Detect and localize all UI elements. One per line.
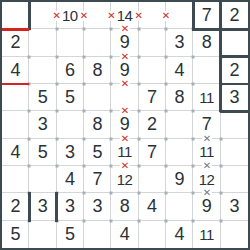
grid-intersection-dot [137, 219, 140, 222]
grid-intersection-dot [165, 28, 168, 31]
cell-r5c7[interactable] [166, 111, 193, 138]
cell-r6c4[interactable]: 5 [84, 139, 111, 166]
red-x-mark[interactable]: ✕ [51, 11, 61, 21]
grid-intersection-dot [83, 165, 86, 168]
grid-intersection-dot [83, 83, 86, 86]
grid-intersection-dot [137, 83, 140, 86]
thick-edge-line[interactable] [219, 28, 222, 57]
cell-r4c9[interactable]: 3 [221, 84, 248, 111]
cell-r6c1[interactable]: 4 [2, 139, 29, 166]
thick-edge-line[interactable] [220, 110, 249, 113]
thick-edge-line[interactable] [219, 56, 222, 85]
cell-r7c3[interactable]: 4 [57, 166, 84, 193]
cell-r7c1[interactable] [2, 166, 29, 193]
thick-edge-line[interactable] [219, 83, 222, 112]
grid-intersection-dot [192, 219, 195, 222]
grid-intersection-dot [83, 110, 86, 113]
red-x-mark[interactable]: ✕ [161, 11, 171, 21]
cell-r5c9[interactable] [221, 111, 248, 138]
puzzle-board: 1014722938468942557811338927453511711471… [0, 0, 250, 250]
thick-edge-line[interactable] [192, 28, 221, 31]
thick-edge-line[interactable] [220, 28, 249, 31]
cell-r8c6[interactable]: 4 [139, 193, 166, 220]
grid-intersection-dot [83, 192, 86, 195]
grid-intersection-dot [165, 83, 168, 86]
cell-r4c8[interactable]: 11 [193, 84, 220, 111]
cell-r1c8[interactable]: 7 [193, 2, 220, 29]
cell-r3c6[interactable] [139, 57, 166, 84]
cell-r8c4[interactable]: 3 [84, 193, 111, 220]
cell-r3c9[interactable]: 2 [221, 57, 248, 84]
grid-intersection-dot [192, 137, 195, 140]
cell-r2c3[interactable] [57, 29, 84, 56]
cell-r4c7[interactable]: 8 [166, 84, 193, 111]
cell-r7c2[interactable] [29, 166, 56, 193]
cell-r6c7[interactable] [166, 139, 193, 166]
cell-r3c2[interactable] [29, 57, 56, 84]
red-x-mark[interactable]: ✕ [120, 79, 130, 89]
cell-r1c9[interactable]: 2 [221, 2, 248, 29]
grid-intersection-dot [110, 28, 113, 31]
cell-r2c7[interactable]: 3 [166, 29, 193, 56]
grid-intersection-dot [55, 110, 58, 113]
grid-intersection-dot [110, 192, 113, 195]
cell-r1c1[interactable] [2, 2, 29, 29]
grid-intersection-dot [28, 137, 31, 140]
puzzle-screenshot: 1014722938468942557811338927453511711471… [0, 0, 250, 250]
grid-intersection-dot [110, 55, 113, 58]
grid-intersection-dot [110, 110, 113, 113]
cell-r7c4[interactable]: 7 [84, 166, 111, 193]
cell-r9c1[interactable]: 5 [2, 221, 29, 248]
grid-intersection-dot [137, 165, 140, 168]
cell-r2c4[interactable] [84, 29, 111, 56]
cell-r4c1[interactable] [2, 84, 29, 111]
red-x-mark[interactable]: ✕ [79, 11, 89, 21]
red-x-mark[interactable]: ✕ [120, 24, 130, 34]
cell-r5c1[interactable] [2, 111, 29, 138]
grid-intersection-dot [55, 165, 58, 168]
cell-r8c5[interactable]: 8 [111, 193, 138, 220]
cell-r2c1[interactable]: 2 [2, 29, 29, 56]
cell-r9c6[interactable] [139, 221, 166, 248]
grid-intersection-dot [165, 219, 168, 222]
cell-r3c7[interactable]: 4 [166, 57, 193, 84]
grid-intersection-dot [83, 28, 86, 31]
grid-intersection-dot [28, 165, 31, 168]
cell-r7c6[interactable] [139, 166, 166, 193]
cell-r2c8[interactable]: 8 [193, 29, 220, 56]
grid-intersection-dot [219, 165, 222, 168]
grid-intersection-dot [83, 137, 86, 140]
grid-intersection-dot [192, 192, 195, 195]
thick-edge-line[interactable] [55, 192, 58, 221]
cell-r4c4[interactable] [84, 84, 111, 111]
red-x-mark[interactable]: ✕ [120, 134, 130, 144]
gray-x-mark[interactable]: ✕ [202, 161, 212, 171]
thick-edge-line[interactable] [28, 1, 31, 30]
grid-intersection-dot [165, 55, 168, 58]
grid-intersection-dot [219, 219, 222, 222]
red-edge-line[interactable] [2, 83, 29, 86]
grid-intersection-dot [192, 110, 195, 113]
gray-x-mark[interactable]: ✕ [202, 134, 212, 144]
cell-r6c3[interactable]: 3 [57, 139, 84, 166]
cell-r8c7[interactable] [166, 193, 193, 220]
cell-r8c1[interactable]: 2 [2, 193, 29, 220]
cell-r7c9[interactable] [221, 166, 248, 193]
cell-r9c2[interactable] [29, 221, 56, 248]
cell-r9c3[interactable]: 5 [57, 221, 84, 248]
grid-intersection-dot [137, 192, 140, 195]
grid-intersection-dot [137, 110, 140, 113]
grid-intersection-dot [165, 192, 168, 195]
red-x-mark[interactable]: ✕ [106, 11, 116, 21]
red-x-mark[interactable]: ✕ [120, 106, 130, 116]
cell-r4c3[interactable]: 5 [57, 84, 84, 111]
cell-r6c2[interactable]: 5 [29, 139, 56, 166]
grid-intersection-dot [219, 137, 222, 140]
grid-intersection-dot [137, 137, 140, 140]
grid-intersection-dot [110, 137, 113, 140]
cell-r9c7[interactable]: 4 [166, 221, 193, 248]
grid-intersection-dot [192, 55, 195, 58]
red-x-mark[interactable]: ✕ [120, 52, 130, 62]
gray-x-mark[interactable]: ✕ [202, 188, 212, 198]
grid-intersection-dot [137, 55, 140, 58]
red-x-mark[interactable]: ✕ [133, 11, 143, 21]
grid-intersection-dot [110, 165, 113, 168]
cell-r6c9[interactable] [221, 139, 248, 166]
grid-intersection-dot [165, 110, 168, 113]
cell-r2c2[interactable] [29, 29, 56, 56]
grid-intersection-dot [137, 28, 140, 31]
cell-r9c5[interactable]: 4 [111, 221, 138, 248]
grid-intersection-dot [110, 83, 113, 86]
cell-r5c4[interactable]: 8 [84, 111, 111, 138]
cell-r8c2[interactable]: 3 [29, 193, 56, 220]
grid-intersection-dot [110, 219, 113, 222]
grid-intersection-dot [28, 55, 31, 58]
grid-intersection-dot [192, 83, 195, 86]
cell-r5c3[interactable] [57, 111, 84, 138]
grid-intersection-dot [28, 110, 31, 113]
cell-r3c4[interactable]: 8 [84, 57, 111, 84]
grid-intersection-dot [55, 137, 58, 140]
grid-intersection-dot [165, 165, 168, 168]
grid-intersection-dot [165, 137, 168, 140]
thick-edge-line[interactable] [28, 192, 31, 221]
grid-intersection-dot [83, 219, 86, 222]
cell-r8c9[interactable]: 3 [221, 193, 248, 220]
cell-r9c9[interactable] [221, 221, 248, 248]
thick-edge-line[interactable] [220, 83, 249, 86]
thick-edge-line[interactable] [192, 1, 195, 30]
grid-intersection-dot [219, 192, 222, 195]
thick-edge-line[interactable] [220, 55, 249, 58]
cell-r3c8[interactable] [193, 57, 220, 84]
cell-r3c3[interactable]: 6 [57, 57, 84, 84]
red-x-mark[interactable]: ✕ [120, 161, 130, 171]
grid-intersection-dot [55, 28, 58, 31]
thick-edge-line[interactable] [219, 1, 222, 30]
cell-r8c3[interactable]: 3 [57, 193, 84, 220]
grid-intersection-dot [55, 55, 58, 58]
cell-r3c1[interactable]: 4 [2, 57, 29, 84]
cell-r9c8[interactable]: 11 [193, 221, 220, 248]
red-edge-line[interactable] [2, 28, 29, 31]
grid-intersection-dot [192, 165, 195, 168]
cell-r4c2[interactable]: 5 [29, 84, 56, 111]
cell-r2c6[interactable] [139, 29, 166, 56]
cell-r9c4[interactable] [84, 221, 111, 248]
cell-r2c9[interactable] [221, 29, 248, 56]
cell-r4c6[interactable]: 7 [139, 84, 166, 111]
grid-intersection-dot [55, 83, 58, 86]
cell-r6c6[interactable]: 7 [139, 139, 166, 166]
grid-intersection-dot [83, 55, 86, 58]
cell-r7c7[interactable]: 9 [166, 166, 193, 193]
cell-r5c6[interactable]: 2 [139, 111, 166, 138]
cell-r5c2[interactable]: 3 [29, 111, 56, 138]
